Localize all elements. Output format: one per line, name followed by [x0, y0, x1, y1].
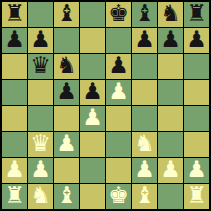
square-e6[interactable]: ♟	[106, 54, 131, 79]
square-g6[interactable]	[158, 54, 183, 79]
square-h1[interactable]: ♜	[184, 184, 209, 209]
square-h2[interactable]: ♟	[184, 158, 209, 183]
piece-black-pawn[interactable]: ♟	[134, 28, 155, 52]
piece-white-bishop[interactable]: ♝	[134, 184, 155, 208]
square-g1[interactable]	[158, 184, 183, 209]
square-e1[interactable]: ♚	[106, 184, 131, 209]
piece-black-pawn[interactable]: ♟	[160, 28, 181, 52]
square-a8[interactable]: ♜	[2, 2, 27, 27]
piece-white-pawn[interactable]: ♟	[82, 106, 103, 130]
square-f7[interactable]: ♟	[132, 28, 157, 53]
square-e4[interactable]	[106, 106, 131, 131]
square-a3[interactable]	[2, 132, 27, 157]
piece-white-pawn[interactable]: ♟	[4, 158, 25, 182]
square-d5[interactable]: ♟	[80, 80, 105, 105]
square-d6[interactable]	[80, 54, 105, 79]
square-g7[interactable]: ♟	[158, 28, 183, 53]
square-a1[interactable]: ♜	[2, 184, 27, 209]
piece-white-pawn[interactable]: ♟	[108, 80, 129, 104]
square-b5[interactable]	[28, 80, 53, 105]
square-a2[interactable]: ♟	[2, 158, 27, 183]
square-c1[interactable]: ♝	[54, 184, 79, 209]
piece-black-pawn[interactable]: ♟	[82, 80, 103, 104]
square-c6[interactable]: ♞	[54, 54, 79, 79]
square-h8[interactable]: ♜	[184, 2, 209, 27]
piece-white-pawn[interactable]: ♟	[30, 158, 51, 182]
square-c4[interactable]	[54, 106, 79, 131]
square-d2[interactable]	[80, 158, 105, 183]
piece-black-pawn[interactable]: ♟	[30, 28, 51, 52]
square-c3[interactable]: ♟	[54, 132, 79, 157]
square-h3[interactable]	[184, 132, 209, 157]
square-e8[interactable]: ♚	[106, 2, 131, 27]
square-d3[interactable]	[80, 132, 105, 157]
square-g3[interactable]	[158, 132, 183, 157]
square-a6[interactable]	[2, 54, 27, 79]
square-f1[interactable]: ♝	[132, 184, 157, 209]
piece-black-king[interactable]: ♚	[108, 2, 129, 26]
square-g4[interactable]	[158, 106, 183, 131]
square-g8[interactable]: ♞	[158, 2, 183, 27]
square-h6[interactable]	[184, 54, 209, 79]
piece-black-pawn[interactable]: ♟	[108, 54, 129, 78]
square-f2[interactable]: ♟	[132, 158, 157, 183]
square-c2[interactable]	[54, 158, 79, 183]
piece-black-knight[interactable]: ♞	[160, 2, 181, 26]
piece-black-knight[interactable]: ♞	[56, 54, 77, 78]
square-e5[interactable]: ♟	[106, 80, 131, 105]
piece-black-rook[interactable]: ♜	[4, 2, 25, 26]
square-f8[interactable]: ♝	[132, 2, 157, 27]
square-b7[interactable]: ♟	[28, 28, 53, 53]
square-h7[interactable]: ♟	[184, 28, 209, 53]
square-a5[interactable]	[2, 80, 27, 105]
square-d4[interactable]: ♟	[80, 106, 105, 131]
piece-white-knight[interactable]: ♞	[30, 184, 51, 208]
square-g2[interactable]: ♟	[158, 158, 183, 183]
square-d7[interactable]	[80, 28, 105, 53]
square-e3[interactable]	[106, 132, 131, 157]
square-b3[interactable]: ♛	[28, 132, 53, 157]
square-c5[interactable]: ♟	[54, 80, 79, 105]
square-b1[interactable]: ♞	[28, 184, 53, 209]
square-a4[interactable]	[2, 106, 27, 131]
piece-black-pawn[interactable]: ♟	[56, 80, 77, 104]
piece-white-pawn[interactable]: ♟	[186, 158, 207, 182]
piece-white-pawn[interactable]: ♟	[134, 158, 155, 182]
square-c8[interactable]: ♝	[54, 2, 79, 27]
piece-white-rook[interactable]: ♜	[4, 184, 25, 208]
square-e2[interactable]	[106, 158, 131, 183]
square-e7[interactable]	[106, 28, 131, 53]
piece-white-queen[interactable]: ♛	[30, 132, 51, 156]
square-b2[interactable]: ♟	[28, 158, 53, 183]
piece-black-rook[interactable]: ♜	[186, 2, 207, 26]
square-f6[interactable]	[132, 54, 157, 79]
square-c7[interactable]	[54, 28, 79, 53]
square-b4[interactable]	[28, 106, 53, 131]
piece-white-bishop[interactable]: ♝	[56, 184, 77, 208]
piece-white-pawn[interactable]: ♟	[56, 132, 77, 156]
square-f3[interactable]: ♞	[132, 132, 157, 157]
piece-black-bishop[interactable]: ♝	[134, 2, 155, 26]
square-a7[interactable]: ♟	[2, 28, 27, 53]
chess-board: ♜♝♚♝♞♜♟♟♟♟♟♛♞♟♟♟♟♟♛♟♞♟♟♟♟♟♜♞♝♚♝♜	[2, 2, 209, 209]
square-b8[interactable]	[28, 2, 53, 27]
square-b6[interactable]: ♛	[28, 54, 53, 79]
square-h4[interactable]	[184, 106, 209, 131]
square-f4[interactable]	[132, 106, 157, 131]
square-d1[interactable]	[80, 184, 105, 209]
piece-black-queen[interactable]: ♛	[30, 54, 51, 78]
square-f5[interactable]	[132, 80, 157, 105]
piece-white-king[interactable]: ♚	[108, 184, 129, 208]
square-h5[interactable]	[184, 80, 209, 105]
piece-black-bishop[interactable]: ♝	[56, 2, 77, 26]
piece-white-knight[interactable]: ♞	[134, 132, 155, 156]
square-d8[interactable]	[80, 2, 105, 27]
chess-board-frame: ♜♝♚♝♞♜♟♟♟♟♟♛♞♟♟♟♟♟♛♟♞♟♟♟♟♟♜♞♝♚♝♜	[0, 0, 211, 211]
piece-black-pawn[interactable]: ♟	[4, 28, 25, 52]
piece-black-pawn[interactable]: ♟	[186, 28, 207, 52]
piece-white-rook[interactable]: ♜	[186, 184, 207, 208]
square-g5[interactable]	[158, 80, 183, 105]
piece-white-pawn[interactable]: ♟	[160, 158, 181, 182]
